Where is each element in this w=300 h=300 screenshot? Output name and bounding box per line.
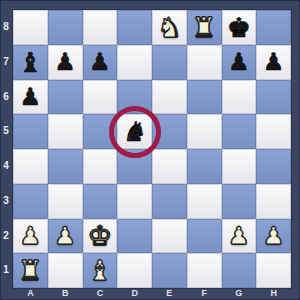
square-f1[interactable] bbox=[187, 253, 222, 288]
square-f3[interactable] bbox=[187, 184, 222, 219]
square-h5[interactable] bbox=[256, 114, 291, 149]
square-c7[interactable]: ♟ bbox=[83, 45, 118, 80]
square-a3[interactable] bbox=[13, 184, 48, 219]
rank-label-5: 5 bbox=[0, 114, 12, 149]
square-a5[interactable] bbox=[13, 114, 48, 149]
square-b5[interactable] bbox=[48, 114, 83, 149]
piece-white-rook-f8[interactable]: ♜ bbox=[192, 14, 216, 41]
piece-black-pawn-h7[interactable]: ♟ bbox=[263, 50, 285, 74]
square-b1[interactable] bbox=[48, 253, 83, 288]
square-h6[interactable] bbox=[256, 80, 291, 115]
square-b7[interactable]: ♟ bbox=[48, 45, 83, 80]
square-d3[interactable] bbox=[117, 184, 152, 219]
square-g1[interactable] bbox=[222, 253, 257, 288]
square-e7[interactable] bbox=[152, 45, 187, 80]
square-g5[interactable] bbox=[222, 114, 257, 149]
square-a7[interactable]: ♝ bbox=[13, 45, 48, 80]
square-h8[interactable] bbox=[256, 10, 291, 45]
square-d7[interactable] bbox=[117, 45, 152, 80]
square-e6[interactable] bbox=[152, 80, 187, 115]
piece-white-pawn-h2[interactable]: ♟ bbox=[263, 224, 285, 248]
square-g3[interactable] bbox=[222, 184, 257, 219]
piece-black-king-g8[interactable]: ♚ bbox=[227, 14, 251, 41]
square-b2[interactable]: ♟ bbox=[48, 219, 83, 254]
square-c3[interactable] bbox=[83, 184, 118, 219]
square-d5[interactable]: ♞ bbox=[117, 114, 152, 149]
file-label-h: H bbox=[256, 287, 291, 300]
square-c6[interactable] bbox=[83, 80, 118, 115]
square-h3[interactable] bbox=[256, 184, 291, 219]
square-b6[interactable] bbox=[48, 80, 83, 115]
piece-white-pawn-g2[interactable]: ♟ bbox=[228, 224, 250, 248]
square-a8[interactable] bbox=[13, 10, 48, 45]
piece-white-bishop-c1[interactable]: ♝ bbox=[88, 257, 112, 284]
square-d1[interactable] bbox=[117, 253, 152, 288]
square-d8[interactable] bbox=[117, 10, 152, 45]
square-h2[interactable]: ♟ bbox=[256, 219, 291, 254]
square-g7[interactable]: ♟ bbox=[222, 45, 257, 80]
square-c1[interactable]: ♝ bbox=[83, 253, 118, 288]
rank-label-7: 7 bbox=[0, 45, 12, 80]
square-g2[interactable]: ♟ bbox=[222, 219, 257, 254]
file-label-e: E bbox=[152, 287, 187, 300]
square-g8[interactable]: ♚ bbox=[222, 10, 257, 45]
square-a1[interactable]: ♜ bbox=[13, 253, 48, 288]
square-e2[interactable] bbox=[152, 219, 187, 254]
rank-label-3: 3 bbox=[0, 184, 12, 219]
rank-label-6: 6 bbox=[0, 80, 12, 115]
square-g6[interactable] bbox=[222, 80, 257, 115]
chess-board: ♞♜♚♝♟♟♟♟♟♞♟♟♚♟♟♜♝ bbox=[13, 10, 291, 288]
square-c2[interactable]: ♚ bbox=[83, 219, 118, 254]
file-label-a: A bbox=[13, 287, 48, 300]
square-a6[interactable]: ♟ bbox=[13, 80, 48, 115]
square-e4[interactable] bbox=[152, 149, 187, 184]
piece-black-pawn-g7[interactable]: ♟ bbox=[228, 50, 250, 74]
piece-black-bishop-a7[interactable]: ♝ bbox=[18, 49, 42, 76]
rank-label-4: 4 bbox=[0, 149, 12, 184]
rank-label-8: 8 bbox=[0, 10, 12, 45]
piece-black-pawn-b7[interactable]: ♟ bbox=[54, 50, 76, 74]
square-f6[interactable] bbox=[187, 80, 222, 115]
square-a2[interactable]: ♟ bbox=[13, 219, 48, 254]
square-f7[interactable] bbox=[187, 45, 222, 80]
square-b4[interactable] bbox=[48, 149, 83, 184]
piece-black-pawn-c7[interactable]: ♟ bbox=[89, 50, 111, 74]
square-h1[interactable] bbox=[256, 253, 291, 288]
file-label-f: F bbox=[187, 287, 222, 300]
square-f4[interactable] bbox=[187, 149, 222, 184]
piece-black-knight-d5[interactable]: ♞ bbox=[123, 118, 147, 145]
square-g4[interactable] bbox=[222, 149, 257, 184]
rank-label-1: 1 bbox=[0, 253, 12, 288]
square-b8[interactable] bbox=[48, 10, 83, 45]
square-a4[interactable] bbox=[13, 149, 48, 184]
piece-black-pawn-a6[interactable]: ♟ bbox=[20, 85, 42, 109]
piece-white-rook-a1[interactable]: ♜ bbox=[18, 257, 42, 284]
square-f8[interactable]: ♜ bbox=[187, 10, 222, 45]
square-c8[interactable] bbox=[83, 10, 118, 45]
file-label-b: B bbox=[48, 287, 83, 300]
piece-white-knight-e8[interactable]: ♞ bbox=[157, 14, 181, 41]
square-e3[interactable] bbox=[152, 184, 187, 219]
square-e1[interactable] bbox=[152, 253, 187, 288]
square-f5[interactable] bbox=[187, 114, 222, 149]
file-label-c: C bbox=[83, 287, 118, 300]
piece-white-pawn-b2[interactable]: ♟ bbox=[54, 224, 76, 248]
rank-label-2: 2 bbox=[0, 219, 12, 254]
square-f2[interactable] bbox=[187, 219, 222, 254]
square-c4[interactable] bbox=[83, 149, 118, 184]
file-label-g: G bbox=[222, 287, 257, 300]
square-e8[interactable]: ♞ bbox=[152, 10, 187, 45]
chess-board-frame: ♞♜♚♝♟♟♟♟♟♞♟♟♚♟♟♜♝ 87654321ABCDEFGH bbox=[0, 0, 300, 300]
square-b3[interactable] bbox=[48, 184, 83, 219]
piece-white-pawn-a2[interactable]: ♟ bbox=[20, 224, 42, 248]
piece-white-king-c2[interactable]: ♚ bbox=[88, 222, 112, 249]
square-h7[interactable]: ♟ bbox=[256, 45, 291, 80]
file-label-d: D bbox=[117, 287, 152, 300]
square-h4[interactable] bbox=[256, 149, 291, 184]
square-d2[interactable] bbox=[117, 219, 152, 254]
